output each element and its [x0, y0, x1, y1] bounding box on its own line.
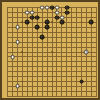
grid-line-horizontal — [7, 61, 97, 62]
black-stone[interactable]: ● — [59, 20, 64, 25]
hoshi-point — [81, 22, 83, 24]
grid-line-vertical — [66, 7, 67, 97]
white-stone[interactable]: ○ — [45, 5, 50, 10]
hoshi-point — [22, 22, 24, 24]
white-stone[interactable]: ○ — [59, 15, 64, 20]
grid-line-vertical — [71, 7, 72, 97]
black-stone[interactable]: ● — [64, 10, 69, 15]
hoshi-point — [51, 51, 53, 53]
black-stone[interactable]: ● — [45, 25, 50, 30]
white-stone[interactable]: ○ — [15, 25, 20, 30]
go-board[interactable]: ●●●●●●●●●●●●●●○○○○○○○○○○○○ — [0, 0, 100, 100]
hoshi-point — [51, 81, 53, 83]
move-marker — [86, 51, 88, 53]
grid-line-vertical — [96, 7, 97, 97]
grid-line-horizontal — [7, 56, 97, 57]
black-stone[interactable]: ● — [35, 15, 40, 20]
black-stone[interactable]: ● — [35, 25, 40, 30]
black-stone[interactable]: ● — [89, 20, 94, 25]
black-stone[interactable]: ● — [25, 20, 30, 25]
hoshi-point — [51, 22, 53, 24]
hoshi-point — [22, 81, 24, 83]
white-stone[interactable]: ○ — [15, 40, 20, 45]
black-stone[interactable]: ● — [79, 79, 84, 84]
hoshi-point — [81, 51, 83, 53]
white-stone[interactable]: ○ — [84, 50, 89, 55]
grid-line-horizontal — [7, 96, 97, 97]
white-stone[interactable]: ○ — [55, 10, 60, 15]
grid-line-horizontal — [7, 76, 97, 77]
grid-line-horizontal — [7, 91, 97, 92]
hoshi-point — [22, 51, 24, 53]
grid-line-horizontal — [7, 86, 97, 87]
grid-line-vertical — [76, 7, 77, 97]
white-stone[interactable]: ○ — [10, 55, 15, 60]
white-stone[interactable]: ○ — [15, 84, 20, 89]
grid-line-horizontal — [7, 66, 97, 67]
black-stone[interactable]: ● — [40, 35, 45, 40]
white-stone[interactable]: ○ — [30, 10, 35, 15]
grid-line-horizontal — [7, 71, 97, 72]
grid-line-vertical — [56, 7, 57, 97]
